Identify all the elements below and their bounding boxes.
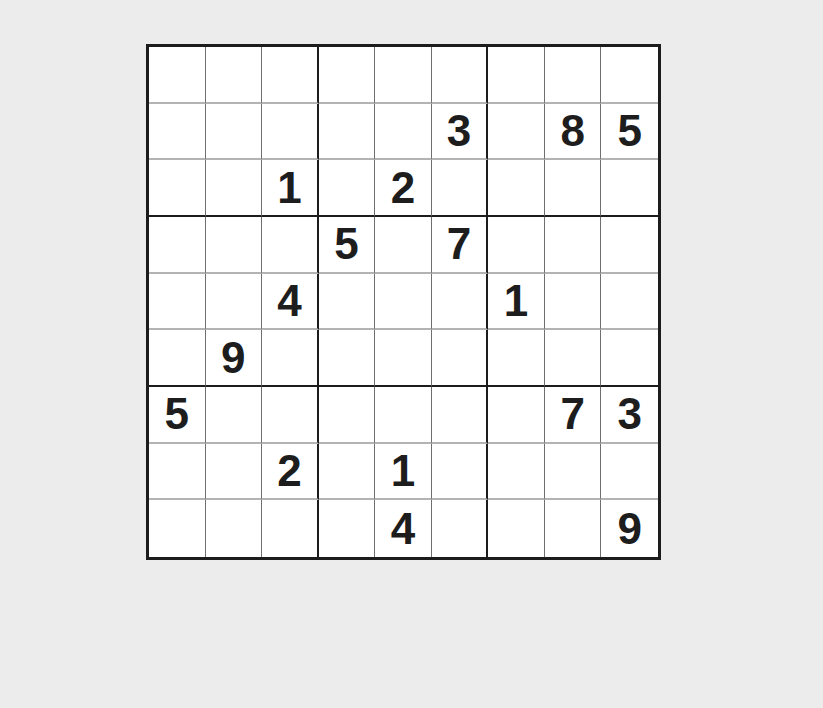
cell-r4c3[interactable] xyxy=(262,217,319,274)
cell-r7c6[interactable] xyxy=(432,387,489,444)
cell-r3c2[interactable] xyxy=(206,160,263,217)
cell-r8c2[interactable] xyxy=(206,444,263,501)
cell-r2c6-given[interactable]: 3 xyxy=(432,104,489,161)
cell-r9c4[interactable] xyxy=(319,500,376,557)
cell-r3c5-given[interactable]: 2 xyxy=(375,160,432,217)
cell-r1c2[interactable] xyxy=(206,47,263,104)
cell-r6c7[interactable] xyxy=(488,330,545,387)
cell-r6c3[interactable] xyxy=(262,330,319,387)
cell-r6c5[interactable] xyxy=(375,330,432,387)
cell-r7c7[interactable] xyxy=(488,387,545,444)
cell-r1c4[interactable] xyxy=(319,47,376,104)
cell-r2c8-given[interactable]: 8 xyxy=(545,104,602,161)
cell-r2c4[interactable] xyxy=(319,104,376,161)
cell-r8c8[interactable] xyxy=(545,444,602,501)
cell-r8c9[interactable] xyxy=(601,444,658,501)
cell-r4c2[interactable] xyxy=(206,217,263,274)
cell-r3c7[interactable] xyxy=(488,160,545,217)
cell-r2c2[interactable] xyxy=(206,104,263,161)
cell-r3c6[interactable] xyxy=(432,160,489,217)
cell-r3c3-given[interactable]: 1 xyxy=(262,160,319,217)
cell-r8c4[interactable] xyxy=(319,444,376,501)
cell-r4c7[interactable] xyxy=(488,217,545,274)
cell-r4c5[interactable] xyxy=(375,217,432,274)
cell-r8c7[interactable] xyxy=(488,444,545,501)
cell-r1c3[interactable] xyxy=(262,47,319,104)
cell-r9c5-given[interactable]: 4 xyxy=(375,500,432,557)
cell-r3c9[interactable] xyxy=(601,160,658,217)
cell-r3c1[interactable] xyxy=(149,160,206,217)
cell-r7c8-given[interactable]: 7 xyxy=(545,387,602,444)
cell-r5c4[interactable] xyxy=(319,274,376,331)
cell-r9c2[interactable] xyxy=(206,500,263,557)
cell-r9c1[interactable] xyxy=(149,500,206,557)
cell-r4c9[interactable] xyxy=(601,217,658,274)
cell-r5c6[interactable] xyxy=(432,274,489,331)
cell-r7c1-given[interactable]: 5 xyxy=(149,387,206,444)
cell-r2c9-given[interactable]: 5 xyxy=(601,104,658,161)
cell-r6c1[interactable] xyxy=(149,330,206,387)
cell-r6c9[interactable] xyxy=(601,330,658,387)
cell-r3c8[interactable] xyxy=(545,160,602,217)
cell-r1c7[interactable] xyxy=(488,47,545,104)
cell-r2c7[interactable] xyxy=(488,104,545,161)
cell-r6c4[interactable] xyxy=(319,330,376,387)
cell-r5c3-given[interactable]: 4 xyxy=(262,274,319,331)
cell-r9c9-given[interactable]: 9 xyxy=(601,500,658,557)
cell-r8c1[interactable] xyxy=(149,444,206,501)
cell-r3c4[interactable] xyxy=(319,160,376,217)
cell-r4c6-given[interactable]: 7 xyxy=(432,217,489,274)
cell-r9c8[interactable] xyxy=(545,500,602,557)
cell-r2c3[interactable] xyxy=(262,104,319,161)
cell-r5c1[interactable] xyxy=(149,274,206,331)
cell-r9c7[interactable] xyxy=(488,500,545,557)
cell-r1c9[interactable] xyxy=(601,47,658,104)
cell-r8c3-given[interactable]: 2 xyxy=(262,444,319,501)
cell-r1c5[interactable] xyxy=(375,47,432,104)
cell-r1c8[interactable] xyxy=(545,47,602,104)
cell-r4c4-given[interactable]: 5 xyxy=(319,217,376,274)
cell-r5c5[interactable] xyxy=(375,274,432,331)
sudoku-board: 38512574195732149 xyxy=(146,44,661,560)
cell-r8c5-given[interactable]: 1 xyxy=(375,444,432,501)
cell-r9c3[interactable] xyxy=(262,500,319,557)
cell-r4c1[interactable] xyxy=(149,217,206,274)
cell-r5c9[interactable] xyxy=(601,274,658,331)
cell-r9c6[interactable] xyxy=(432,500,489,557)
cell-r6c6[interactable] xyxy=(432,330,489,387)
cell-r7c9-given[interactable]: 3 xyxy=(601,387,658,444)
cell-r7c3[interactable] xyxy=(262,387,319,444)
cell-r1c6[interactable] xyxy=(432,47,489,104)
cell-r5c2[interactable] xyxy=(206,274,263,331)
cell-r1c1[interactable] xyxy=(149,47,206,104)
cell-r5c8[interactable] xyxy=(545,274,602,331)
cell-r8c6[interactable] xyxy=(432,444,489,501)
cell-r7c4[interactable] xyxy=(319,387,376,444)
cell-r7c2[interactable] xyxy=(206,387,263,444)
cell-r7c5[interactable] xyxy=(375,387,432,444)
cell-r6c8[interactable] xyxy=(545,330,602,387)
cell-r2c5[interactable] xyxy=(375,104,432,161)
cell-r5c7-given[interactable]: 1 xyxy=(488,274,545,331)
cell-r4c8[interactable] xyxy=(545,217,602,274)
cell-r6c2-given[interactable]: 9 xyxy=(206,330,263,387)
cell-r2c1[interactable] xyxy=(149,104,206,161)
